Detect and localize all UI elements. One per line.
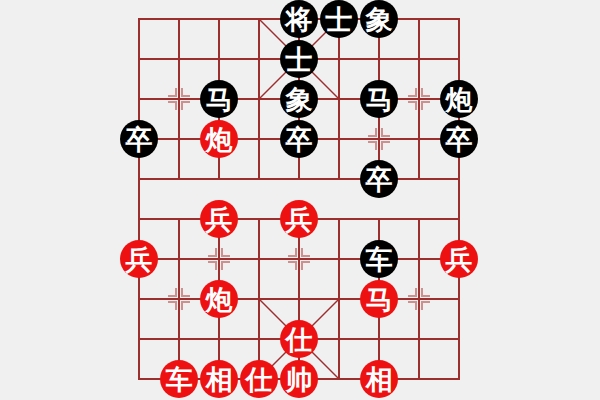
piece-black-pawn[interactable]: 卒 — [280, 120, 318, 158]
pieces-layer: 将士象士马象马炮卒炮卒卒卒兵兵兵车兵炮马仕车相仕帅相 — [0, 0, 600, 400]
xiangqi-board[interactable]: 将士象士马象马炮卒炮卒卒卒兵兵兵车兵炮马仕车相仕帅相 — [0, 0, 600, 400]
piece-red-pawn[interactable]: 兵 — [280, 200, 318, 238]
piece-black-horse[interactable]: 马 — [200, 80, 238, 118]
piece-black-general[interactable]: 将 — [280, 0, 318, 38]
piece-black-horse[interactable]: 马 — [360, 80, 398, 118]
piece-black-pawn[interactable]: 卒 — [440, 120, 478, 158]
piece-red-advisor[interactable]: 仕 — [240, 360, 278, 398]
piece-black-advisor[interactable]: 士 — [280, 40, 318, 78]
piece-red-cannon[interactable]: 炮 — [200, 120, 238, 158]
piece-black-chariot[interactable]: 车 — [360, 240, 398, 278]
piece-red-general[interactable]: 帅 — [280, 360, 318, 398]
piece-black-elephant[interactable]: 象 — [360, 0, 398, 38]
piece-black-cannon[interactable]: 炮 — [440, 80, 478, 118]
piece-red-pawn[interactable]: 兵 — [440, 240, 478, 278]
piece-black-pawn[interactable]: 卒 — [360, 160, 398, 198]
piece-red-chariot[interactable]: 车 — [160, 360, 198, 398]
piece-black-advisor[interactable]: 士 — [320, 0, 358, 38]
piece-black-pawn[interactable]: 卒 — [120, 120, 158, 158]
piece-red-advisor[interactable]: 仕 — [280, 320, 318, 358]
xiangqi-app: 将士象士马象马炮卒炮卒卒卒兵兵兵车兵炮马仕车相仕帅相 — [0, 0, 600, 400]
piece-red-elephant[interactable]: 相 — [200, 360, 238, 398]
piece-red-cannon[interactable]: 炮 — [200, 280, 238, 318]
piece-black-elephant[interactable]: 象 — [280, 80, 318, 118]
piece-red-horse[interactable]: 马 — [360, 280, 398, 318]
piece-red-pawn[interactable]: 兵 — [200, 200, 238, 238]
piece-red-elephant[interactable]: 相 — [360, 360, 398, 398]
piece-red-pawn[interactable]: 兵 — [120, 240, 158, 278]
